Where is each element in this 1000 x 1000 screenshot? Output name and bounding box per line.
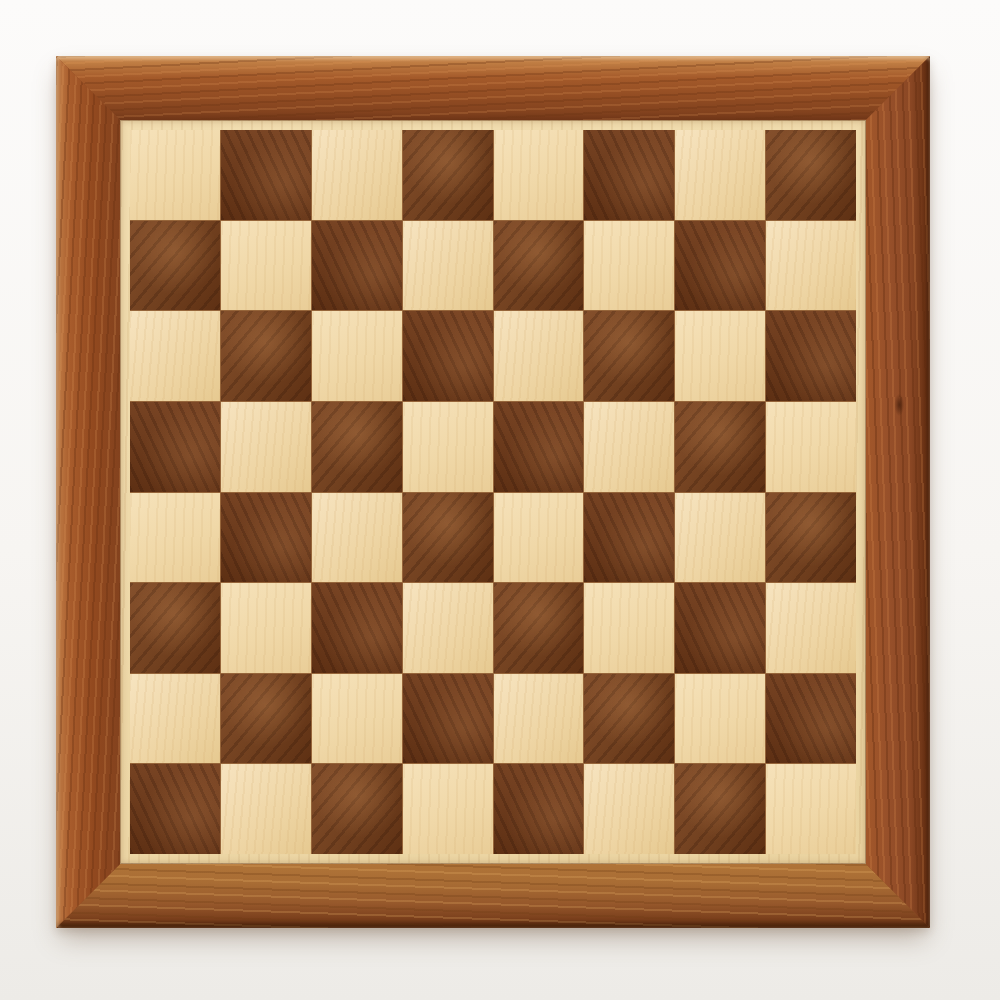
square-h4[interactable] bbox=[766, 493, 856, 583]
square-a1[interactable] bbox=[130, 764, 220, 854]
square-c2[interactable] bbox=[312, 674, 402, 764]
square-g5[interactable] bbox=[675, 402, 765, 492]
square-d5[interactable] bbox=[403, 402, 493, 492]
square-h2[interactable] bbox=[766, 674, 856, 764]
square-e4[interactable] bbox=[494, 493, 584, 583]
square-f1[interactable] bbox=[584, 764, 674, 854]
square-a7[interactable] bbox=[130, 221, 220, 311]
square-h6[interactable] bbox=[766, 311, 856, 401]
board-frame-bottom bbox=[56, 864, 930, 928]
square-a3[interactable] bbox=[130, 583, 220, 673]
square-e2[interactable] bbox=[494, 674, 584, 764]
square-c4[interactable] bbox=[312, 493, 402, 583]
square-c3[interactable] bbox=[312, 583, 402, 673]
square-d7[interactable] bbox=[403, 221, 493, 311]
square-e3[interactable] bbox=[494, 583, 584, 673]
square-c5[interactable] bbox=[312, 402, 402, 492]
square-b6[interactable] bbox=[221, 311, 311, 401]
board-inlay-border bbox=[120, 120, 866, 864]
square-g3[interactable] bbox=[675, 583, 765, 673]
square-h8[interactable] bbox=[766, 130, 856, 220]
square-b7[interactable] bbox=[221, 221, 311, 311]
square-f3[interactable] bbox=[584, 583, 674, 673]
square-b3[interactable] bbox=[221, 583, 311, 673]
square-d1[interactable] bbox=[403, 764, 493, 854]
board-frame-top bbox=[56, 56, 930, 120]
square-g2[interactable] bbox=[675, 674, 765, 764]
square-a4[interactable] bbox=[130, 493, 220, 583]
square-b5[interactable] bbox=[221, 402, 311, 492]
square-b2[interactable] bbox=[221, 674, 311, 764]
square-c7[interactable] bbox=[312, 221, 402, 311]
square-f8[interactable] bbox=[584, 130, 674, 220]
square-e1[interactable] bbox=[494, 764, 584, 854]
square-f6[interactable] bbox=[584, 311, 674, 401]
square-a6[interactable] bbox=[130, 311, 220, 401]
square-b4[interactable] bbox=[221, 493, 311, 583]
square-a2[interactable] bbox=[130, 674, 220, 764]
square-f2[interactable] bbox=[584, 674, 674, 764]
square-e8[interactable] bbox=[494, 130, 584, 220]
square-a5[interactable] bbox=[130, 402, 220, 492]
square-c1[interactable] bbox=[312, 764, 402, 854]
square-d4[interactable] bbox=[403, 493, 493, 583]
square-g8[interactable] bbox=[675, 130, 765, 220]
square-d3[interactable] bbox=[403, 583, 493, 673]
square-f4[interactable] bbox=[584, 493, 674, 583]
square-g6[interactable] bbox=[675, 311, 765, 401]
square-c6[interactable] bbox=[312, 311, 402, 401]
square-b8[interactable] bbox=[221, 130, 311, 220]
square-f7[interactable] bbox=[584, 221, 674, 311]
square-h5[interactable] bbox=[766, 402, 856, 492]
board-frame-right bbox=[866, 56, 930, 928]
square-g1[interactable] bbox=[675, 764, 765, 854]
square-b1[interactable] bbox=[221, 764, 311, 854]
square-h3[interactable] bbox=[766, 583, 856, 673]
square-d2[interactable] bbox=[403, 674, 493, 764]
square-d8[interactable] bbox=[403, 130, 493, 220]
square-c8[interactable] bbox=[312, 130, 402, 220]
chess-board bbox=[56, 56, 930, 928]
square-a8[interactable] bbox=[130, 130, 220, 220]
square-h1[interactable] bbox=[766, 764, 856, 854]
board-grid bbox=[130, 130, 856, 854]
square-e7[interactable] bbox=[494, 221, 584, 311]
square-e6[interactable] bbox=[494, 311, 584, 401]
square-e5[interactable] bbox=[494, 402, 584, 492]
square-d6[interactable] bbox=[403, 311, 493, 401]
square-f5[interactable] bbox=[584, 402, 674, 492]
square-g4[interactable] bbox=[675, 493, 765, 583]
board-frame-left bbox=[56, 56, 120, 928]
square-g7[interactable] bbox=[675, 221, 765, 311]
square-h7[interactable] bbox=[766, 221, 856, 311]
background-surface bbox=[0, 0, 1000, 1000]
